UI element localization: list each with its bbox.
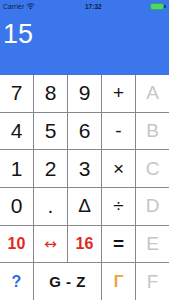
key-help[interactable]: ? [0, 263, 33, 300]
key-base-10[interactable]: 10 [0, 226, 33, 263]
battery-icon [150, 3, 166, 10]
key-6[interactable]: 6 [68, 113, 101, 150]
calculator-app: Carrier 17:32 15 7 8 9 + A 4 5 [0, 0, 169, 300]
key-7[interactable]: 7 [0, 75, 33, 112]
key-2[interactable]: 2 [34, 150, 67, 187]
key-letters-g-z[interactable]: G - Z [34, 263, 101, 300]
result-display: 15 [0, 21, 169, 48]
key-hex-d[interactable]: D [136, 188, 169, 225]
key-8[interactable]: 8 [34, 75, 67, 112]
key-hex-c[interactable]: C [136, 150, 169, 187]
key-0[interactable]: 0 [0, 188, 33, 225]
key-swap-base-icon[interactable]: ↔ [34, 226, 67, 263]
clock: 17:32 [85, 3, 102, 10]
key-decimal-point[interactable]: . [34, 188, 67, 225]
header: Carrier 17:32 15 [0, 0, 169, 75]
keypad: 7 8 9 + A 4 5 6 - B 1 2 3 × C 0 . Δ ÷ D … [0, 75, 169, 300]
key-5[interactable]: 5 [34, 113, 67, 150]
wifi-icon [26, 2, 35, 10]
key-equals[interactable]: = [102, 226, 135, 263]
status-bar: Carrier 17:32 [0, 0, 169, 12]
key-hex-f[interactable]: F [136, 263, 169, 300]
key-divide[interactable]: ÷ [102, 188, 135, 225]
key-hex-e[interactable]: E [136, 226, 169, 263]
key-hex-b[interactable]: B [136, 113, 169, 150]
key-4[interactable]: 4 [0, 113, 33, 150]
key-plus[interactable]: + [102, 75, 135, 112]
key-minus[interactable]: - [102, 113, 135, 150]
carrier-label: Carrier [3, 3, 24, 10]
key-hex-a[interactable]: A [136, 75, 169, 112]
key-3[interactable]: 3 [68, 150, 101, 187]
key-1[interactable]: 1 [0, 150, 33, 187]
key-delta[interactable]: Δ [68, 188, 101, 225]
key-gamma[interactable]: Γ [102, 263, 135, 300]
key-base-16[interactable]: 16 [68, 226, 101, 263]
key-9[interactable]: 9 [68, 75, 101, 112]
key-multiply[interactable]: × [102, 150, 135, 187]
